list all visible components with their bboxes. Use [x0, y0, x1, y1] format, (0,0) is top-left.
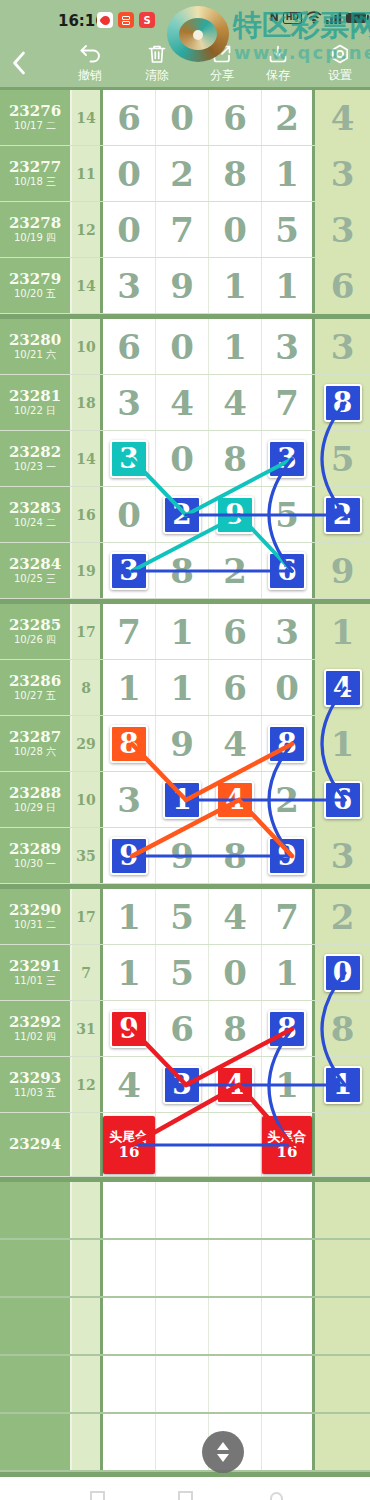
digit-cell[interactable]: 8 — [262, 716, 315, 771]
digit-cell[interactable]: 3 — [315, 146, 370, 201]
digit-cell[interactable]: 7 — [156, 202, 209, 257]
digit-cell[interactable]: 8 — [103, 716, 156, 771]
digit-cell[interactable]: 4 — [209, 1057, 262, 1112]
draw-row: 23283 10/24 二 1602952 — [0, 487, 370, 543]
digit-cell[interactable] — [315, 1182, 370, 1238]
issue-number: 23284 — [9, 556, 61, 573]
sum-cell: 11 — [72, 146, 103, 201]
digit-cell[interactable]: 8 — [315, 375, 370, 430]
issue-date: 11/03 五 — [14, 1087, 56, 1099]
digit-cell[interactable] — [156, 1240, 209, 1296]
empty-row — [0, 1298, 370, 1356]
issue-number: 23278 — [9, 215, 61, 232]
marked-digit-box[interactable]: 6 — [324, 781, 362, 819]
digit-cell[interactable]: 8 — [262, 1001, 315, 1056]
draw-row: 23285 10/26 四 1771631 — [0, 604, 370, 660]
marked-digit-box[interactable]: 6 — [268, 552, 306, 590]
issue-number: 23286 — [9, 673, 61, 690]
issue-number: 23293 — [9, 1070, 61, 1087]
issue-date: 10/29 日 — [14, 802, 56, 814]
digit-cell[interactable]: 9 — [209, 487, 262, 542]
issue-cell: 23288 10/29 日 — [0, 772, 72, 827]
digit-cell[interactable]: 8 — [209, 146, 262, 201]
digit-cell[interactable]: 4 — [103, 1057, 156, 1112]
head-tail-sum-box[interactable]: 头尾合16 — [103, 1116, 155, 1174]
draw-row: 23293 11/03 五 1243411 — [0, 1057, 370, 1113]
marked-digit-box[interactable]: 2 — [163, 496, 201, 534]
issue-number: 23287 — [9, 729, 61, 746]
digit-cell[interactable] — [103, 1182, 156, 1238]
watermark-url: www.qcp.net — [234, 42, 370, 63]
draw-row: 23284 10/25 三 1938269 — [0, 543, 370, 599]
digit-cell[interactable]: 7 — [103, 604, 156, 659]
digit-cell[interactable]: 6 — [103, 90, 156, 145]
draw-row: 23289 10/30 一 3599893 — [0, 828, 370, 884]
digit-cell[interactable]: 1 — [315, 1057, 370, 1112]
issue-date: 10/26 四 — [14, 634, 56, 646]
scroll-up-arrow-icon — [217, 1442, 229, 1450]
sum-cell: 35 — [72, 828, 103, 883]
issue-cell: 23277 10/18 三 — [0, 146, 72, 201]
draw-row: 23288 10/29 日 1031426 — [0, 772, 370, 828]
digit-cell[interactable]: 头尾合16 — [103, 1113, 156, 1176]
undo-label: 撤销 — [64, 67, 116, 84]
head-tail-sum-box[interactable]: 头尾合16 — [262, 1116, 312, 1174]
digit-cell[interactable]: 1 — [262, 146, 315, 201]
digit-cell[interactable]: 6 — [315, 258, 370, 313]
digit-cell[interactable]: 1 — [103, 660, 156, 715]
marked-digit-box[interactable]: 8 — [110, 725, 148, 763]
watermark-swirl-logo — [167, 6, 229, 62]
issue-date: 10/21 六 — [14, 349, 56, 361]
trend-chart-table: 23276 10/17 二 1460624 23277 10/18 三 1102… — [0, 87, 370, 1477]
issue-date: 10/25 三 — [14, 573, 56, 585]
digit-cell[interactable]: 4 — [209, 772, 262, 827]
issue-date: 11/01 三 — [14, 975, 56, 987]
digit-cell[interactable]: 4 — [209, 716, 262, 771]
issue-number: 23276 — [9, 103, 61, 120]
digit-cell[interactable]: 1 — [156, 604, 209, 659]
undo-icon — [78, 43, 102, 65]
issue-number: 23285 — [9, 617, 61, 634]
empty-row — [0, 1182, 370, 1240]
digit-cell[interactable]: 3 — [315, 828, 370, 883]
issue-date: 10/19 四 — [14, 232, 56, 244]
digit-cell[interactable]: 5 — [315, 431, 370, 486]
digit-cell[interactable] — [262, 1182, 315, 1238]
issue-date: 10/17 二 — [14, 120, 56, 132]
sum-cell: 12 — [72, 202, 103, 257]
sum-cell — [72, 1240, 103, 1296]
digit-cell[interactable]: 1 — [209, 319, 262, 374]
digit-cell[interactable]: 7 — [262, 375, 315, 430]
digit-cell[interactable]: 0 — [103, 487, 156, 542]
issue-date: 10/30 一 — [14, 858, 56, 870]
digit-cell[interactable]: 5 — [156, 889, 209, 944]
sum-cell: 14 — [72, 431, 103, 486]
issue-cell: 23278 10/19 四 — [0, 202, 72, 257]
sum-cell: 17 — [72, 604, 103, 659]
digit-cell[interactable]: 6 — [209, 90, 262, 145]
digit-cell[interactable]: 9 — [315, 543, 370, 598]
digit-cell[interactable] — [103, 1414, 156, 1470]
issue-number: 23280 — [9, 332, 61, 349]
empty-row — [0, 1356, 370, 1414]
scroll-handle-button[interactable] — [202, 1431, 244, 1473]
digit-cell[interactable]: 9 — [156, 828, 209, 883]
map-pin-app-icon — [97, 12, 113, 28]
sum-cell: 17 — [72, 889, 103, 944]
undo-button[interactable]: 撤销 — [64, 43, 116, 84]
digit-cell[interactable]: 3 — [103, 431, 156, 486]
digit-cell[interactable]: 6 — [156, 1001, 209, 1056]
marked-digit-box[interactable]: 3 — [110, 552, 148, 590]
digit-cell[interactable]: 4 — [209, 375, 262, 430]
issue-cell: 23290 10/31 二 — [0, 889, 72, 944]
draw-row: 23292 11/02 四 3196888 — [0, 1001, 370, 1057]
sum-cell — [72, 1356, 103, 1412]
clear-label: 清除 — [131, 67, 183, 84]
digit-cell[interactable]: 3 — [103, 258, 156, 313]
marked-digit-box[interactable]: 8 — [324, 384, 362, 422]
sum-cell — [72, 1113, 103, 1176]
digit-cell[interactable]: 1 — [262, 945, 315, 1000]
issue-cell: 23293 11/03 五 — [0, 1057, 72, 1112]
issue-number: 23279 — [9, 271, 61, 288]
digit-cell[interactable] — [262, 1240, 315, 1296]
marked-digit-box[interactable]: 3 — [268, 440, 306, 478]
digit-cell[interactable]: 3 — [103, 772, 156, 827]
issue-number: 23292 — [9, 1014, 61, 1031]
marked-digit-box[interactable]: 9 — [110, 837, 148, 875]
digit-cell[interactable]: 0 — [209, 202, 262, 257]
marked-digit-box[interactable]: 3 — [110, 440, 148, 478]
digit-cell[interactable] — [209, 1240, 262, 1296]
digit-cell[interactable]: 1 — [156, 772, 209, 827]
issue-cell — [0, 1356, 72, 1412]
issue-number: 23291 — [9, 958, 61, 975]
back-button[interactable] — [8, 48, 36, 80]
issue-date: 10/28 六 — [14, 746, 56, 758]
draw-row: 23281 10/22 日 1834478 — [0, 375, 370, 431]
digit-cell[interactable]: 头尾合16 — [262, 1113, 315, 1176]
digit-cell[interactable] — [103, 1240, 156, 1296]
issue-cell: 23292 11/02 四 — [0, 1001, 72, 1056]
draw-row: 23291 11/01 三 715010 — [0, 945, 370, 1001]
table-bottom-border — [0, 1472, 370, 1477]
digit-cell[interactable]: 7 — [262, 889, 315, 944]
issue-cell: 23294 — [0, 1113, 72, 1176]
issue-cell: 23286 10/27 五 — [0, 660, 72, 715]
watermark-title: 特区彩票网 — [233, 10, 370, 40]
issue-cell: 23285 10/26 四 — [0, 604, 72, 659]
digit-cell[interactable]: 6 — [315, 772, 370, 827]
issue-cell — [0, 1414, 72, 1470]
sum-cell: 8 — [72, 660, 103, 715]
issue-number: 23294 — [9, 1136, 61, 1153]
digit-cell[interactable] — [103, 1298, 156, 1354]
issue-date: 10/18 三 — [14, 176, 56, 188]
digit-cell[interactable]: 5 — [156, 945, 209, 1000]
sum-cell — [72, 1182, 103, 1238]
digit-cell[interactable]: 9 — [262, 828, 315, 883]
issue-date: 10/22 日 — [14, 405, 56, 417]
nav-recents-icon[interactable] — [90, 1491, 105, 1500]
digit-cell[interactable]: 8 — [209, 1001, 262, 1056]
marked-digit-box[interactable]: 1 — [324, 1066, 362, 1104]
sum-cell: 29 — [72, 716, 103, 771]
digit-cell[interactable] — [156, 1298, 209, 1354]
draw-row: 23282 10/23 一 1430835 — [0, 431, 370, 487]
digit-cell[interactable] — [315, 1240, 370, 1296]
marked-digit-box[interactable]: 9 — [216, 496, 254, 534]
digit-cell[interactable]: 1 — [262, 1057, 315, 1112]
digit-cell[interactable] — [209, 1298, 262, 1354]
digit-cell[interactable]: 1 — [315, 604, 370, 659]
digit-cell[interactable]: 1 — [103, 889, 156, 944]
issue-cell: 23291 11/01 三 — [0, 945, 72, 1000]
digit-cell[interactable]: 2 — [262, 90, 315, 145]
back-chevron-icon — [8, 48, 30, 78]
issue-date: 11/02 四 — [14, 1031, 56, 1043]
digit-cell[interactable]: 5 — [262, 202, 315, 257]
digit-cell[interactable] — [209, 1182, 262, 1238]
digit-cell[interactable]: 0 — [156, 431, 209, 486]
digit-cell[interactable]: 2 — [156, 487, 209, 542]
sum-cell: 18 — [72, 375, 103, 430]
issue-cell: 23282 10/23 一 — [0, 431, 72, 486]
sum-cell: 16 — [72, 487, 103, 542]
issue-number: 23281 — [9, 388, 61, 405]
issue-number: 23288 — [9, 785, 61, 802]
draw-row: 23286 10/27 五 811604 — [0, 660, 370, 716]
nav-back-icon[interactable] — [270, 1492, 283, 1500]
sum-cell: 14 — [72, 258, 103, 313]
lottery-trend-app-screen: 16:16 S N HD 撤销 — [0, 0, 370, 1500]
digit-cell[interactable]: 0 — [209, 945, 262, 1000]
marked-digit-box[interactable]: 9 — [268, 837, 306, 875]
issue-cell: 23283 10/24 二 — [0, 487, 72, 542]
red-grid-app-icon — [118, 12, 134, 28]
digit-cell[interactable]: 8 — [209, 828, 262, 883]
issue-date: 10/27 五 — [14, 690, 56, 702]
digit-cell[interactable]: 2 — [209, 543, 262, 598]
empty-row — [0, 1414, 370, 1472]
issue-cell: 23276 10/17 二 — [0, 90, 72, 145]
digit-cell[interactable]: 0 — [103, 146, 156, 201]
share-label: 分享 — [196, 67, 248, 84]
issue-cell: 23284 10/25 三 — [0, 543, 72, 598]
issue-date: 10/23 一 — [14, 461, 56, 473]
issue-date: 10/20 五 — [14, 288, 56, 300]
issue-date: 10/31 二 — [14, 919, 56, 931]
digit-cell[interactable]: 2 — [262, 772, 315, 827]
digit-cell[interactable] — [262, 1356, 315, 1412]
digit-cell[interactable]: 1 — [103, 945, 156, 1000]
digit-cell[interactable]: 9 — [103, 1001, 156, 1056]
digit-cell[interactable]: 8 — [315, 1001, 370, 1056]
digit-cell[interactable] — [156, 1182, 209, 1238]
sum-cell: 14 — [72, 90, 103, 145]
marked-digit-box[interactable]: 3 — [163, 1066, 201, 1104]
draw-row: 23278 10/19 四 1207053 — [0, 202, 370, 258]
marked-digit-box[interactable]: 4 — [216, 1066, 254, 1104]
draw-row: 23290 10/31 二 1715472 — [0, 889, 370, 945]
sum-cell: 7 — [72, 945, 103, 1000]
digit-cell[interactable] — [209, 1113, 262, 1176]
digit-cell[interactable]: 1 — [209, 258, 262, 313]
issue-date: 10/24 二 — [14, 517, 56, 529]
digit-cell[interactable]: 0 — [315, 945, 370, 1000]
draw-row: 23287 10/28 六 2989481 — [0, 716, 370, 772]
digit-cell[interactable]: 1 — [315, 716, 370, 771]
digit-cell[interactable]: 0 — [156, 90, 209, 145]
digit-cell[interactable]: 0 — [262, 660, 315, 715]
issue-cell: 23279 10/20 五 — [0, 258, 72, 313]
issue-number: 23283 — [9, 500, 61, 517]
digit-cell[interactable]: 3 — [262, 319, 315, 374]
digit-cell[interactable]: 6 — [209, 604, 262, 659]
digit-cell[interactable]: 9 — [103, 828, 156, 883]
digit-cell[interactable]: 3 — [103, 375, 156, 430]
marked-digit-box[interactable]: 8 — [268, 725, 306, 763]
digit-cell[interactable] — [209, 1356, 262, 1412]
digit-cell[interactable]: 8 — [156, 543, 209, 598]
scroll-down-arrow-icon — [217, 1454, 229, 1462]
sum-cell — [72, 1414, 103, 1470]
digit-cell[interactable] — [315, 1414, 370, 1470]
nav-home-icon[interactable] — [178, 1491, 193, 1500]
digit-cell[interactable]: 1 — [156, 660, 209, 715]
sum-cell: 12 — [72, 1057, 103, 1112]
digit-cell[interactable] — [156, 1113, 209, 1176]
pin-icon — [99, 14, 112, 27]
digit-cell[interactable]: 2 — [156, 146, 209, 201]
digit-cell[interactable]: 0 — [156, 319, 209, 374]
issue-cell: 23289 10/30 一 — [0, 828, 72, 883]
marked-digit-box[interactable]: 4 — [216, 781, 254, 819]
digit-cell[interactable]: 3 — [315, 319, 370, 374]
marked-digit-box[interactable]: 8 — [268, 1010, 306, 1048]
issue-number: 23290 — [9, 902, 61, 919]
draw-row: 23277 10/18 三 1102813 — [0, 146, 370, 202]
settings-label: 设置 — [314, 67, 366, 84]
red-s-app-icon: S — [139, 12, 155, 28]
issue-cell — [0, 1182, 72, 1238]
bottom-strip — [0, 1477, 370, 1500]
marked-digit-box[interactable]: 0 — [324, 954, 362, 992]
sum-cell: 10 — [72, 319, 103, 374]
marked-digit-box[interactable]: 4 — [324, 669, 362, 707]
forecast-row: 23294 头尾合16 头尾合16 — [0, 1113, 370, 1177]
marked-digit-box[interactable]: 2 — [324, 496, 362, 534]
issue-cell: 23287 10/28 六 — [0, 716, 72, 771]
digit-cell[interactable]: 0 — [103, 202, 156, 257]
issue-number: 23289 — [9, 841, 61, 858]
digit-cell[interactable]: 5 — [262, 487, 315, 542]
digit-cell[interactable]: 8 — [209, 431, 262, 486]
digit-cell[interactable]: 6 — [103, 319, 156, 374]
digit-cell[interactable] — [156, 1356, 209, 1412]
digit-cell[interactable]: 2 — [315, 487, 370, 542]
draw-row: 23280 10/21 六 1060133 — [0, 319, 370, 375]
sum-cell: 19 — [72, 543, 103, 598]
sum-cell — [72, 1298, 103, 1354]
digit-cell[interactable] — [156, 1414, 209, 1470]
empty-row — [0, 1240, 370, 1298]
digit-cell[interactable]: 4 — [315, 660, 370, 715]
trash-icon — [146, 43, 168, 65]
digit-cell[interactable]: 6 — [262, 543, 315, 598]
issue-cell: 23280 10/21 六 — [0, 319, 72, 374]
save-label: 保存 — [252, 67, 304, 84]
digit-cell[interactable] — [262, 1298, 315, 1354]
digit-cell[interactable] — [315, 1113, 370, 1176]
digit-cell[interactable]: 3 — [156, 1057, 209, 1112]
digit-cell[interactable]: 6 — [209, 660, 262, 715]
sum-cell: 10 — [72, 772, 103, 827]
marked-digit-box[interactable]: 9 — [110, 1010, 148, 1048]
sum-cell: 31 — [72, 1001, 103, 1056]
status-app-icons: S — [97, 12, 155, 28]
digit-cell[interactable] — [262, 1414, 315, 1470]
digit-cell[interactable]: 4 — [156, 375, 209, 430]
marked-digit-box[interactable]: 1 — [163, 781, 201, 819]
draw-row: 23279 10/20 五 1439116 — [0, 258, 370, 314]
issue-number: 23282 — [9, 444, 61, 461]
draw-row: 23276 10/17 二 1460624 — [0, 90, 370, 146]
issue-number: 23277 — [9, 159, 61, 176]
issue-cell — [0, 1298, 72, 1354]
digit-cell[interactable]: 2 — [315, 889, 370, 944]
digit-cell[interactable]: 3 — [103, 543, 156, 598]
digit-cell[interactable]: 1 — [262, 258, 315, 313]
digit-cell[interactable] — [315, 1356, 370, 1412]
digit-cell[interactable]: 3 — [262, 604, 315, 659]
digit-cell[interactable]: 4 — [315, 90, 370, 145]
digit-cell[interactable]: 4 — [209, 889, 262, 944]
digit-cell[interactable]: 9 — [156, 258, 209, 313]
issue-cell: 23281 10/22 日 — [0, 375, 72, 430]
digit-cell[interactable] — [103, 1356, 156, 1412]
digit-cell[interactable]: 9 — [156, 716, 209, 771]
issue-cell — [0, 1240, 72, 1296]
digit-cell[interactable]: 3 — [262, 431, 315, 486]
digit-cell[interactable] — [315, 1298, 370, 1354]
digit-cell[interactable]: 3 — [315, 202, 370, 257]
